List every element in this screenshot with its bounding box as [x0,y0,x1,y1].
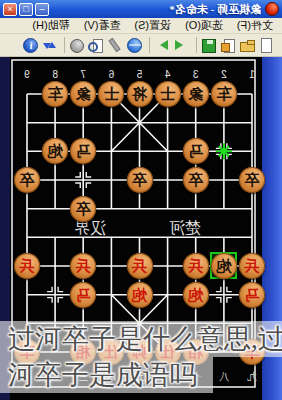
board-cell: 马 [182,137,210,166]
piece-character: 兵 [132,253,147,279]
stop-button[interactable] [69,36,88,55]
piece-red-soldier[interactable]: 兵 [14,253,40,279]
board-cell: 兵 [69,252,97,281]
board-cell: 卒 [13,166,41,195]
piece-red-horse[interactable]: 马 [239,282,265,308]
file-label-top: 5 [136,69,142,80]
stop-icon [71,37,87,53]
piece-black-cannon[interactable]: 炮 [211,253,237,279]
piece-black-soldier[interactable]: 卒 [183,167,209,193]
board-cell: 炮 [182,280,210,309]
piece-black-king[interactable]: 将 [127,81,153,107]
app-icon [265,2,279,16]
board-cell: 兵 [13,252,41,281]
piece-character: 象 [188,81,203,107]
toolbar-separator [64,37,65,53]
edit-button[interactable] [107,36,126,55]
forward-button[interactable] [154,36,173,55]
piece-red-cannon[interactable]: 炮 [127,282,153,308]
board-cell: 卒 [182,166,210,195]
menu-item-3[interactable]: 查看(V) [77,18,128,33]
title-bar: 象棋巫师 - 未命名* – □ × [0,0,282,18]
toolbar-separator [149,37,150,53]
piece-character: 炮 [216,253,231,279]
piece-character: 马 [245,282,260,308]
piece-character: 兵 [245,253,260,279]
file-label-top: 1 [249,69,255,80]
board-cell: 士 [154,80,182,109]
piece-black-elephant[interactable]: 象 [70,81,96,107]
piece-character: 兵 [20,253,35,279]
file-label-top: 8 [52,69,58,80]
file-label-top: 4 [164,69,170,80]
menu-item-4[interactable]: 帮助(H) [25,18,76,33]
piece-black-elephant[interactable]: 象 [183,81,209,107]
piece-character: 卒 [188,167,203,193]
piece-character: 炮 [188,282,203,308]
new-icon [260,37,276,53]
back-icon [175,37,191,53]
board-cell: 将 [125,80,153,109]
piece-black-advisor[interactable]: 士 [98,81,124,107]
swap-button[interactable] [41,36,60,55]
piece-black-soldier[interactable]: 卒 [70,196,96,222]
copy-icon [222,37,238,53]
menu-item-2[interactable]: 设置(S) [127,18,178,33]
piece-character: 卒 [245,167,260,193]
close-button[interactable]: × [3,3,17,16]
file-label-top: 7 [80,69,86,80]
board-cell: 炮 [210,252,238,281]
open-button[interactable] [239,36,258,55]
globe-icon [128,37,144,53]
file-label-top: 3 [193,69,199,80]
search-icon [90,37,106,53]
piece-character: 士 [160,81,175,107]
screenshot-stage: 象棋巫师 - 未命名* – □ × 文件(F)选项(O)设置(S)查看(V)帮助… [0,0,282,400]
piece-character: 车 [48,81,63,107]
info-button[interactable] [22,36,41,55]
piece-character: 兵 [188,253,203,279]
copy-button[interactable] [220,36,239,55]
piece-character: 兵 [76,253,91,279]
board-cell: 兵 [182,252,210,281]
piece-character: 炮 [48,138,63,164]
piece-red-soldier[interactable]: 兵 [70,253,96,279]
piece-character: 车 [216,81,231,107]
piece-black-chariot[interactable]: 车 [42,81,68,107]
menu-item-1[interactable]: 选项(O) [178,18,230,33]
file-label-top: 9 [24,69,30,80]
piece-character: 卒 [76,196,91,222]
piece-black-chariot[interactable]: 车 [211,81,237,107]
piece-black-cannon[interactable]: 炮 [42,138,68,164]
board-cell: 卒 [238,166,266,195]
board-cell: 卒 [69,194,97,223]
piece-character: 卒 [20,167,35,193]
minimize-button[interactable]: – [35,3,49,16]
board-cell: 车 [210,80,238,109]
menu-bar: 文件(F)选项(O)设置(S)查看(V)帮助(H) [0,18,282,34]
maximize-button[interactable]: □ [19,3,33,16]
file-label-top: 2 [221,69,227,80]
board-cell: 卒 [125,166,153,195]
piece-character: 象 [76,81,91,107]
caption-line-1: 过河卒子是什么意思,过 [0,321,282,357]
board-cell: 士 [97,80,125,109]
piece-red-horse[interactable]: 马 [70,282,96,308]
piece-black-soldier[interactable]: 卒 [239,167,265,193]
window-controls: – □ × [3,3,49,16]
piece-character: 马 [76,138,91,164]
back-button[interactable] [173,36,192,55]
piece-black-soldier[interactable]: 卒 [127,167,153,193]
new-button[interactable] [258,36,277,55]
piece-red-soldier[interactable]: 兵 [183,253,209,279]
open-icon [241,37,257,53]
board-cell: 车 [41,80,69,109]
piece-character: 士 [104,81,119,107]
caption-overlay: 过河卒子是什么意思,过 河卒子是成语吗 [0,321,282,393]
board-cell: 象 [69,80,97,109]
window-title: 象棋巫师 - 未命名* [49,2,261,17]
board-cell: 炮 [125,280,153,309]
board-cell: 兵 [238,252,266,281]
search-button[interactable] [88,36,107,55]
toolbar-separator [196,37,197,53]
globe-button[interactable] [126,36,145,55]
caption-line-2: 河卒子是成语吗 [0,357,213,393]
piece-red-soldier[interactable]: 兵 [239,253,265,279]
edit-icon [109,37,125,53]
piece-black-advisor[interactable]: 士 [155,81,181,107]
piece-black-horse[interactable]: 马 [183,138,209,164]
save-icon [203,37,219,53]
piece-character: 炮 [132,282,147,308]
board-cell: 马 [69,137,97,166]
forward-icon [156,37,172,53]
board-cell: 兵 [125,252,153,281]
board-cell: 炮 [41,137,69,166]
menu-item-0[interactable]: 文件(F) [230,18,280,33]
piece-character: 将 [132,81,147,107]
piece-character: 马 [76,282,91,308]
piece-character: 马 [188,138,203,164]
piece-red-cannon[interactable]: 炮 [183,282,209,308]
board-cell: 象 [182,80,210,109]
piece-character: 卒 [132,167,147,193]
board-cell: 马 [69,280,97,309]
toolbar [0,34,282,57]
info-icon [24,37,40,53]
save-button[interactable] [201,36,220,55]
board-cell: 马 [238,280,266,309]
piece-black-soldier[interactable]: 卒 [14,167,40,193]
piece-black-horse[interactable]: 马 [70,138,96,164]
swap-icon [43,37,59,53]
file-label-top: 6 [108,69,114,80]
piece-red-soldier[interactable]: 兵 [127,253,153,279]
